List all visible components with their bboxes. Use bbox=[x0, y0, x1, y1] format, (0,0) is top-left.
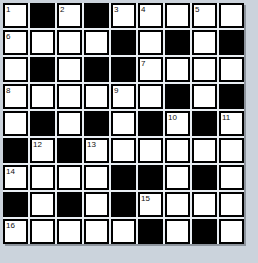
grid-cell-r4c4[interactable] bbox=[111, 111, 136, 136]
clue-number: 14 bbox=[6, 167, 15, 176]
blocked-cell-r7c2 bbox=[57, 192, 82, 217]
grid-cell-r7c3[interactable] bbox=[84, 192, 109, 217]
grid-cell-r7c1[interactable] bbox=[30, 192, 55, 217]
grid-cell-r3c4[interactable]: 9 bbox=[111, 84, 136, 109]
blocked-cell-r2c3 bbox=[84, 57, 109, 82]
grid-cell-r2c2[interactable] bbox=[57, 57, 82, 82]
grid-cell-r6c0[interactable]: 14 bbox=[3, 165, 28, 190]
grid-cell-r1c1[interactable] bbox=[30, 30, 55, 55]
grid-cell-r5c5[interactable] bbox=[138, 138, 163, 163]
grid-cell-r5c3[interactable]: 13 bbox=[84, 138, 109, 163]
grid-cell-r8c0[interactable]: 16 bbox=[3, 219, 28, 244]
grid-cell-r0c7[interactable]: 5 bbox=[192, 3, 217, 28]
blocked-cell-r6c5 bbox=[138, 165, 163, 190]
grid-cell-r8c6[interactable] bbox=[165, 219, 190, 244]
grid-cell-r6c2[interactable] bbox=[57, 165, 82, 190]
grid-cell-r5c7[interactable] bbox=[192, 138, 217, 163]
grid-cell-r7c6[interactable] bbox=[165, 192, 190, 217]
grid-cell-r8c1[interactable] bbox=[30, 219, 55, 244]
clue-number: 12 bbox=[33, 140, 42, 149]
crossword-grid: 12345678910111213141516 bbox=[3, 3, 244, 244]
grid-cell-r7c7[interactable] bbox=[192, 192, 217, 217]
blocked-cell-r4c7 bbox=[192, 111, 217, 136]
blocked-cell-r6c7 bbox=[192, 165, 217, 190]
blocked-cell-r4c3 bbox=[84, 111, 109, 136]
grid-cell-r7c8[interactable] bbox=[219, 192, 244, 217]
clue-number: 10 bbox=[168, 113, 177, 122]
grid-cell-r2c5[interactable]: 7 bbox=[138, 57, 163, 82]
grid-cell-r3c3[interactable] bbox=[84, 84, 109, 109]
grid-cell-r6c6[interactable] bbox=[165, 165, 190, 190]
clue-number: 6 bbox=[6, 32, 10, 41]
grid-cell-r0c5[interactable]: 4 bbox=[138, 3, 163, 28]
clue-number: 9 bbox=[114, 86, 118, 95]
grid-cell-r1c7[interactable] bbox=[192, 30, 217, 55]
grid-cell-r6c1[interactable] bbox=[30, 165, 55, 190]
blocked-cell-r4c1 bbox=[30, 111, 55, 136]
blocked-cell-r7c0 bbox=[3, 192, 28, 217]
clue-number: 8 bbox=[6, 86, 10, 95]
grid-cell-r2c7[interactable] bbox=[192, 57, 217, 82]
blocked-cell-r5c0 bbox=[3, 138, 28, 163]
grid-cell-r5c8[interactable] bbox=[219, 138, 244, 163]
blocked-cell-r7c4 bbox=[111, 192, 136, 217]
blocked-cell-r6c4 bbox=[111, 165, 136, 190]
clue-number: 15 bbox=[141, 194, 150, 203]
grid-cell-r4c2[interactable] bbox=[57, 111, 82, 136]
grid-cell-r6c3[interactable] bbox=[84, 165, 109, 190]
grid-cell-r3c2[interactable] bbox=[57, 84, 82, 109]
grid-cell-r8c3[interactable] bbox=[84, 219, 109, 244]
grid-cell-r1c5[interactable] bbox=[138, 30, 163, 55]
grid-cell-r8c2[interactable] bbox=[57, 219, 82, 244]
grid-cell-r1c2[interactable] bbox=[57, 30, 82, 55]
blocked-cell-r0c3 bbox=[84, 3, 109, 28]
grid-cell-r5c4[interactable] bbox=[111, 138, 136, 163]
grid-cell-r0c4[interactable]: 3 bbox=[111, 3, 136, 28]
grid-cell-r1c3[interactable] bbox=[84, 30, 109, 55]
grid-cell-r2c0[interactable] bbox=[3, 57, 28, 82]
blocked-cell-r8c5 bbox=[138, 219, 163, 244]
grid-cell-r6c8[interactable] bbox=[219, 165, 244, 190]
grid-cell-r7c5[interactable]: 15 bbox=[138, 192, 163, 217]
grid-cell-r1c0[interactable]: 6 bbox=[3, 30, 28, 55]
grid-cell-r3c7[interactable] bbox=[192, 84, 217, 109]
grid-cell-r3c0[interactable]: 8 bbox=[3, 84, 28, 109]
grid-cell-r0c0[interactable]: 1 bbox=[3, 3, 28, 28]
blocked-cell-r1c6 bbox=[165, 30, 190, 55]
grid-cell-r0c6[interactable] bbox=[165, 3, 190, 28]
grid-cell-r3c5[interactable] bbox=[138, 84, 163, 109]
clue-number: 13 bbox=[87, 140, 96, 149]
grid-cell-r3c1[interactable] bbox=[30, 84, 55, 109]
clue-number: 4 bbox=[141, 5, 145, 14]
clue-number: 2 bbox=[60, 5, 64, 14]
blocked-cell-r3c6 bbox=[165, 84, 190, 109]
blocked-cell-r2c1 bbox=[30, 57, 55, 82]
grid-cell-r2c6[interactable] bbox=[165, 57, 190, 82]
blocked-cell-r8c7 bbox=[192, 219, 217, 244]
blocked-cell-r0c1 bbox=[30, 3, 55, 28]
grid-cell-r4c6[interactable]: 10 bbox=[165, 111, 190, 136]
grid-cell-r4c0[interactable] bbox=[3, 111, 28, 136]
grid-cell-r5c6[interactable] bbox=[165, 138, 190, 163]
clue-number: 7 bbox=[141, 59, 145, 68]
grid-cell-r4c8[interactable]: 11 bbox=[219, 111, 244, 136]
clue-number: 11 bbox=[222, 113, 230, 122]
grid-cell-r2c8[interactable] bbox=[219, 57, 244, 82]
grid-cell-r8c8[interactable] bbox=[219, 219, 244, 244]
grid-cell-r5c1[interactable]: 12 bbox=[30, 138, 55, 163]
blocked-cell-r1c4 bbox=[111, 30, 136, 55]
grid-cell-r0c8[interactable] bbox=[219, 3, 244, 28]
blocked-cell-r1c8 bbox=[219, 30, 244, 55]
grid-cell-r0c2[interactable]: 2 bbox=[57, 3, 82, 28]
blocked-cell-r2c4 bbox=[111, 57, 136, 82]
blocked-cell-r3c8 bbox=[219, 84, 244, 109]
clue-number: 3 bbox=[114, 5, 118, 14]
grid-cell-r8c4[interactable] bbox=[111, 219, 136, 244]
clue-number: 16 bbox=[6, 221, 15, 230]
blocked-cell-r5c2 bbox=[57, 138, 82, 163]
clue-number: 5 bbox=[195, 5, 199, 14]
clue-number: 1 bbox=[6, 5, 10, 14]
blocked-cell-r4c5 bbox=[138, 111, 163, 136]
